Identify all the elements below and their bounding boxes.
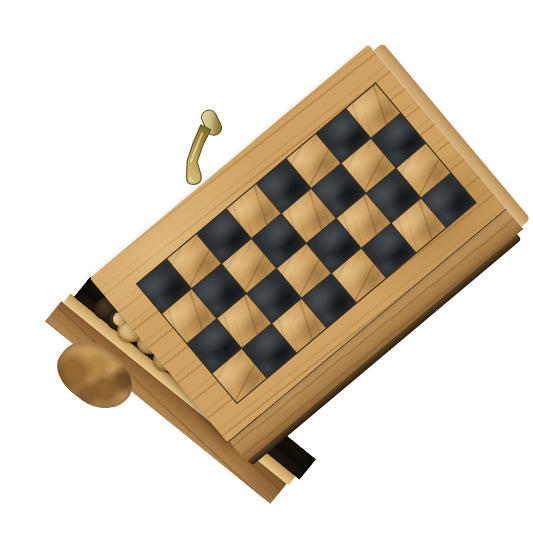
stored-pieces-tray — [74, 277, 90, 297]
chess-box — [82, 0, 533, 533]
box-lid — [82, 0, 427, 285]
product-photo — [0, 0, 533, 533]
